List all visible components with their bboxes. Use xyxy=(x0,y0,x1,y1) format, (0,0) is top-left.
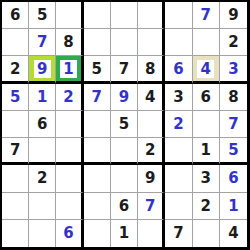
cell-r5c9[interactable]: 7 xyxy=(220,111,247,138)
cell-r6c8[interactable]: 1 xyxy=(193,138,220,165)
cell-r9c8[interactable] xyxy=(193,220,220,247)
given-digit: 6 xyxy=(10,7,20,23)
given-digit: 2 xyxy=(200,198,210,214)
given-digit: 7 xyxy=(173,225,183,241)
cell-r8c4[interactable] xyxy=(84,193,111,220)
cell-r4c8[interactable]: 6 xyxy=(193,84,220,111)
given-digit: 2 xyxy=(37,170,47,186)
cell-r5c1[interactable] xyxy=(2,111,29,138)
cell-r2c8[interactable] xyxy=(193,29,220,56)
cell-r8c2[interactable] xyxy=(29,193,56,220)
given-digit: 5 xyxy=(37,7,47,23)
given-digit: 8 xyxy=(228,89,238,105)
given-digit: 2 xyxy=(10,61,20,77)
cell-r3c3[interactable]: 1 xyxy=(56,56,83,83)
given-digit: 9 xyxy=(145,170,155,186)
cell-r9c9[interactable]: 4 xyxy=(220,220,247,247)
entry-digit: 7 xyxy=(200,7,210,23)
cell-r5c8[interactable] xyxy=(193,111,220,138)
cell-r1c9[interactable]: 9 xyxy=(220,2,247,29)
cell-r9c3[interactable]: 6 xyxy=(56,220,83,247)
cell-r4c1[interactable]: 5 xyxy=(2,84,29,111)
highlight-inner-box: 4 xyxy=(197,60,214,78)
cell-r5c3[interactable] xyxy=(56,111,83,138)
cell-r6c1[interactable]: 7 xyxy=(2,138,29,165)
cell-r3c7[interactable]: 6 xyxy=(165,56,192,83)
cell-r9c2[interactable] xyxy=(29,220,56,247)
cell-r2c3[interactable]: 8 xyxy=(56,29,83,56)
cell-r6c6[interactable]: 2 xyxy=(138,138,165,165)
cell-r6c5[interactable] xyxy=(111,138,138,165)
cell-r7c1[interactable] xyxy=(2,165,29,192)
cell-r1c1[interactable]: 6 xyxy=(2,2,29,29)
given-digit: 6 xyxy=(119,198,129,214)
cell-r4c2[interactable]: 1 xyxy=(29,84,56,111)
cell-r1c4[interactable] xyxy=(84,2,111,29)
entry-digit: 3 xyxy=(228,61,238,77)
sudoku-board: 6579782291578643512794368652772152936672… xyxy=(0,0,250,250)
cell-r2c4[interactable] xyxy=(84,29,111,56)
cell-r9c4[interactable] xyxy=(84,220,111,247)
cell-r2c5[interactable] xyxy=(111,29,138,56)
cell-r8c5[interactable]: 6 xyxy=(111,193,138,220)
entry-digit: 6 xyxy=(63,225,73,241)
cell-r3c4[interactable]: 5 xyxy=(84,56,111,83)
cell-r2c2[interactable]: 7 xyxy=(29,29,56,56)
cell-r6c3[interactable] xyxy=(56,138,83,165)
cell-r9c7[interactable]: 7 xyxy=(165,220,192,247)
cell-r3c2[interactable]: 9 xyxy=(29,56,56,83)
cell-r3c1[interactable]: 2 xyxy=(2,56,29,83)
given-digit: 3 xyxy=(173,89,183,105)
cell-r1c2[interactable]: 5 xyxy=(29,2,56,29)
cell-r7c7[interactable] xyxy=(165,165,192,192)
given-digit: 7 xyxy=(10,142,20,158)
given-digit: 1 xyxy=(200,142,210,158)
cell-r7c5[interactable] xyxy=(111,165,138,192)
cell-r8c1[interactable] xyxy=(2,193,29,220)
given-digit: 2 xyxy=(228,34,238,50)
given-digit: 9 xyxy=(228,7,238,23)
given-digit: 4 xyxy=(145,89,155,105)
entry-digit: 9 xyxy=(37,61,47,77)
cell-r7c8[interactable]: 3 xyxy=(193,165,220,192)
given-digit: 5 xyxy=(119,116,129,132)
cell-r2c9[interactable]: 2 xyxy=(220,29,247,56)
cell-r9c1[interactable] xyxy=(2,220,29,247)
given-digit: 1 xyxy=(119,225,129,241)
entry-digit: 7 xyxy=(92,89,102,105)
highlight-inner-box: 9 xyxy=(34,60,51,78)
entry-digit: 5 xyxy=(228,142,238,158)
cell-r5c7[interactable]: 2 xyxy=(165,111,192,138)
given-digit: 3 xyxy=(200,170,210,186)
cell-r6c7[interactable] xyxy=(165,138,192,165)
entry-digit: 7 xyxy=(228,116,238,132)
cell-r7c2[interactable]: 2 xyxy=(29,165,56,192)
entry-digit: 7 xyxy=(37,34,47,50)
given-digit: 2 xyxy=(145,142,155,158)
cell-r6c2[interactable] xyxy=(29,138,56,165)
cell-r3c9[interactable]: 3 xyxy=(220,56,247,83)
cell-r1c3[interactable] xyxy=(56,2,83,29)
cell-r9c6[interactable] xyxy=(138,220,165,247)
cell-r8c6[interactable]: 7 xyxy=(138,193,165,220)
entry-digit: 1 xyxy=(37,89,47,105)
cell-r8c9[interactable]: 1 xyxy=(220,193,247,220)
cell-r1c5[interactable] xyxy=(111,2,138,29)
cell-r9c5[interactable]: 1 xyxy=(111,220,138,247)
cell-r4c3[interactable]: 2 xyxy=(56,84,83,111)
cell-r5c6[interactable] xyxy=(138,111,165,138)
cell-r4c6[interactable]: 4 xyxy=(138,84,165,111)
given-digit: 6 xyxy=(200,89,210,105)
entry-digit: 1 xyxy=(63,61,73,77)
given-digit: 6 xyxy=(37,116,47,132)
cell-r2c6[interactable] xyxy=(138,29,165,56)
cell-r5c2[interactable]: 6 xyxy=(29,111,56,138)
cell-r4c4[interactable]: 7 xyxy=(84,84,111,111)
cell-r5c4[interactable] xyxy=(84,111,111,138)
cell-r7c6[interactable]: 9 xyxy=(138,165,165,192)
cell-r2c1[interactable] xyxy=(2,29,29,56)
entry-digit: 6 xyxy=(228,170,238,186)
cell-r4c9[interactable]: 8 xyxy=(220,84,247,111)
cell-r1c7[interactable] xyxy=(165,2,192,29)
entry-digit: 5 xyxy=(10,89,20,105)
cell-r7c3[interactable] xyxy=(56,165,83,192)
entry-digit: 9 xyxy=(119,89,129,105)
given-digit: 7 xyxy=(119,61,129,77)
cell-r8c7[interactable] xyxy=(165,193,192,220)
cell-r8c3[interactable] xyxy=(56,193,83,220)
sudoku-app: 6579782291578643512794368652772152936672… xyxy=(0,0,250,250)
entry-digit: 4 xyxy=(200,61,210,77)
cell-r7c4[interactable] xyxy=(84,165,111,192)
given-digit: 8 xyxy=(145,61,155,77)
cell-r6c4[interactable] xyxy=(84,138,111,165)
cell-r3c8[interactable]: 4 xyxy=(193,56,220,83)
entry-digit: 2 xyxy=(63,89,73,105)
given-digit: 8 xyxy=(63,34,73,50)
highlight-inner-box: 1 xyxy=(60,60,77,78)
entry-digit: 6 xyxy=(173,61,183,77)
cell-r8c8[interactable]: 2 xyxy=(193,193,220,220)
cell-r2c7[interactable] xyxy=(165,29,192,56)
cell-r3c6[interactable]: 8 xyxy=(138,56,165,83)
cell-r5c5[interactable]: 5 xyxy=(111,111,138,138)
cell-r3c5[interactable]: 7 xyxy=(111,56,138,83)
cell-r1c8[interactable]: 7 xyxy=(193,2,220,29)
given-digit: 5 xyxy=(92,61,102,77)
cell-r4c7[interactable]: 3 xyxy=(165,84,192,111)
cell-r1c6[interactable] xyxy=(138,2,165,29)
cell-r6c9[interactable]: 5 xyxy=(220,138,247,165)
cell-r7c9[interactable]: 6 xyxy=(220,165,247,192)
given-digit: 4 xyxy=(228,225,238,241)
cell-r4c5[interactable]: 9 xyxy=(111,84,138,111)
entry-digit: 1 xyxy=(228,198,238,214)
entry-digit: 2 xyxy=(173,116,183,132)
entry-digit: 7 xyxy=(145,198,155,214)
